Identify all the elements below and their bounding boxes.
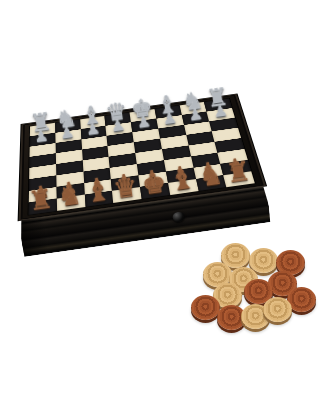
checker-disc-dark	[217, 305, 246, 330]
chess-piece-b-silver: ♝	[153, 91, 182, 118]
board-square: ♜	[29, 199, 57, 215]
product-photo: ♜♞♝♛♚♝♞♜♟♟♟♟♟♟♟♟♟♟♟♟♟♟♟♟♜♞♝♛♚♝♞♜	[0, 0, 327, 400]
checker-disc-light	[249, 248, 278, 273]
drawer-knob-icon	[171, 211, 184, 223]
chess-piece-r-silver: ♜	[203, 84, 232, 111]
chess-piece-q-silver: ♛	[102, 98, 131, 125]
chess-chest: ♜♞♝♛♚♝♞♜♟♟♟♟♟♟♟♟♟♟♟♟♟♟♟♟♜♞♝♛♚♝♞♜	[0, 22, 290, 274]
board-square: ♟	[138, 171, 167, 187]
chess-piece-k-silver: ♚	[128, 94, 157, 121]
checker-disc-light	[241, 304, 270, 329]
checker-disc-light	[221, 243, 250, 268]
board-square: ♝	[84, 191, 113, 207]
board-square: ♛	[112, 187, 142, 203]
checker-disc-dark	[191, 295, 220, 320]
checker-disc-dark	[244, 279, 273, 304]
checker-disc-light	[203, 262, 232, 287]
board-square: ♟	[220, 160, 251, 175]
board-square: ♚	[140, 183, 170, 199]
chess-piece-r-silver: ♜	[27, 109, 56, 136]
board-square: ♜	[223, 171, 254, 187]
board-square	[217, 149, 247, 164]
checker-disc-light	[263, 297, 292, 322]
checker-disc-light	[213, 283, 242, 308]
board-square	[110, 164, 138, 179]
chess-piece-b-silver: ♝	[77, 102, 106, 129]
board-square: ♟	[84, 179, 113, 195]
board-square: ♞	[196, 175, 227, 191]
board-square: ♟	[111, 175, 140, 191]
chess-piece-n-silver: ♞	[178, 87, 207, 114]
checker-disc-dark	[268, 271, 297, 296]
board-square: ♟	[166, 168, 196, 183]
chess-piece-n-silver: ♞	[52, 105, 81, 132]
checker-disc-dark	[276, 250, 305, 275]
board-square: ♞	[57, 195, 86, 211]
board-square: ♝	[168, 179, 198, 195]
checker-disc-dark	[287, 287, 316, 312]
checker-disc-light	[229, 267, 258, 292]
